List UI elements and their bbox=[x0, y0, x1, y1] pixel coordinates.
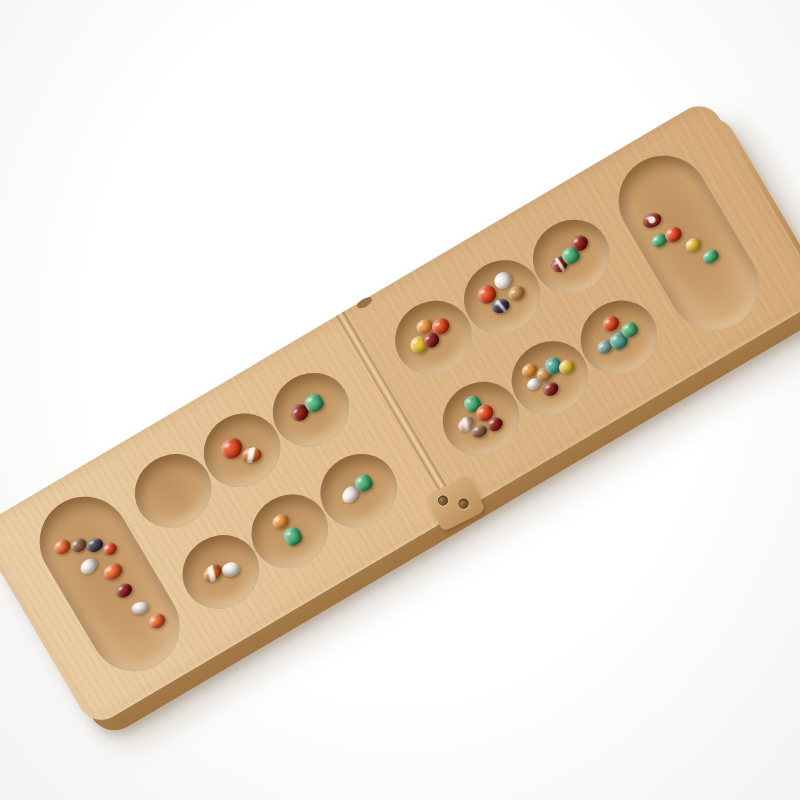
white-stone bbox=[221, 561, 241, 578]
product-photo-scene bbox=[0, 0, 800, 800]
ring-stone bbox=[641, 211, 664, 231]
hinge-pin-icon bbox=[457, 497, 470, 510]
darkred-stone bbox=[541, 379, 561, 398]
green-stone bbox=[700, 247, 720, 265]
darkred-stone bbox=[113, 581, 134, 601]
orangered-stone bbox=[100, 560, 125, 583]
banded-stone bbox=[200, 561, 226, 586]
black-stone bbox=[84, 535, 105, 554]
orangered-stone bbox=[146, 611, 168, 632]
yellow-stone bbox=[683, 235, 703, 254]
mancala-board bbox=[0, 97, 800, 728]
amber-stone bbox=[506, 283, 528, 304]
green-stone bbox=[281, 524, 305, 548]
white-stone bbox=[130, 599, 150, 615]
hinge-pin-icon bbox=[436, 494, 449, 507]
red-stone bbox=[101, 540, 119, 557]
white-stone bbox=[77, 555, 99, 577]
banded-stone bbox=[240, 445, 263, 464]
